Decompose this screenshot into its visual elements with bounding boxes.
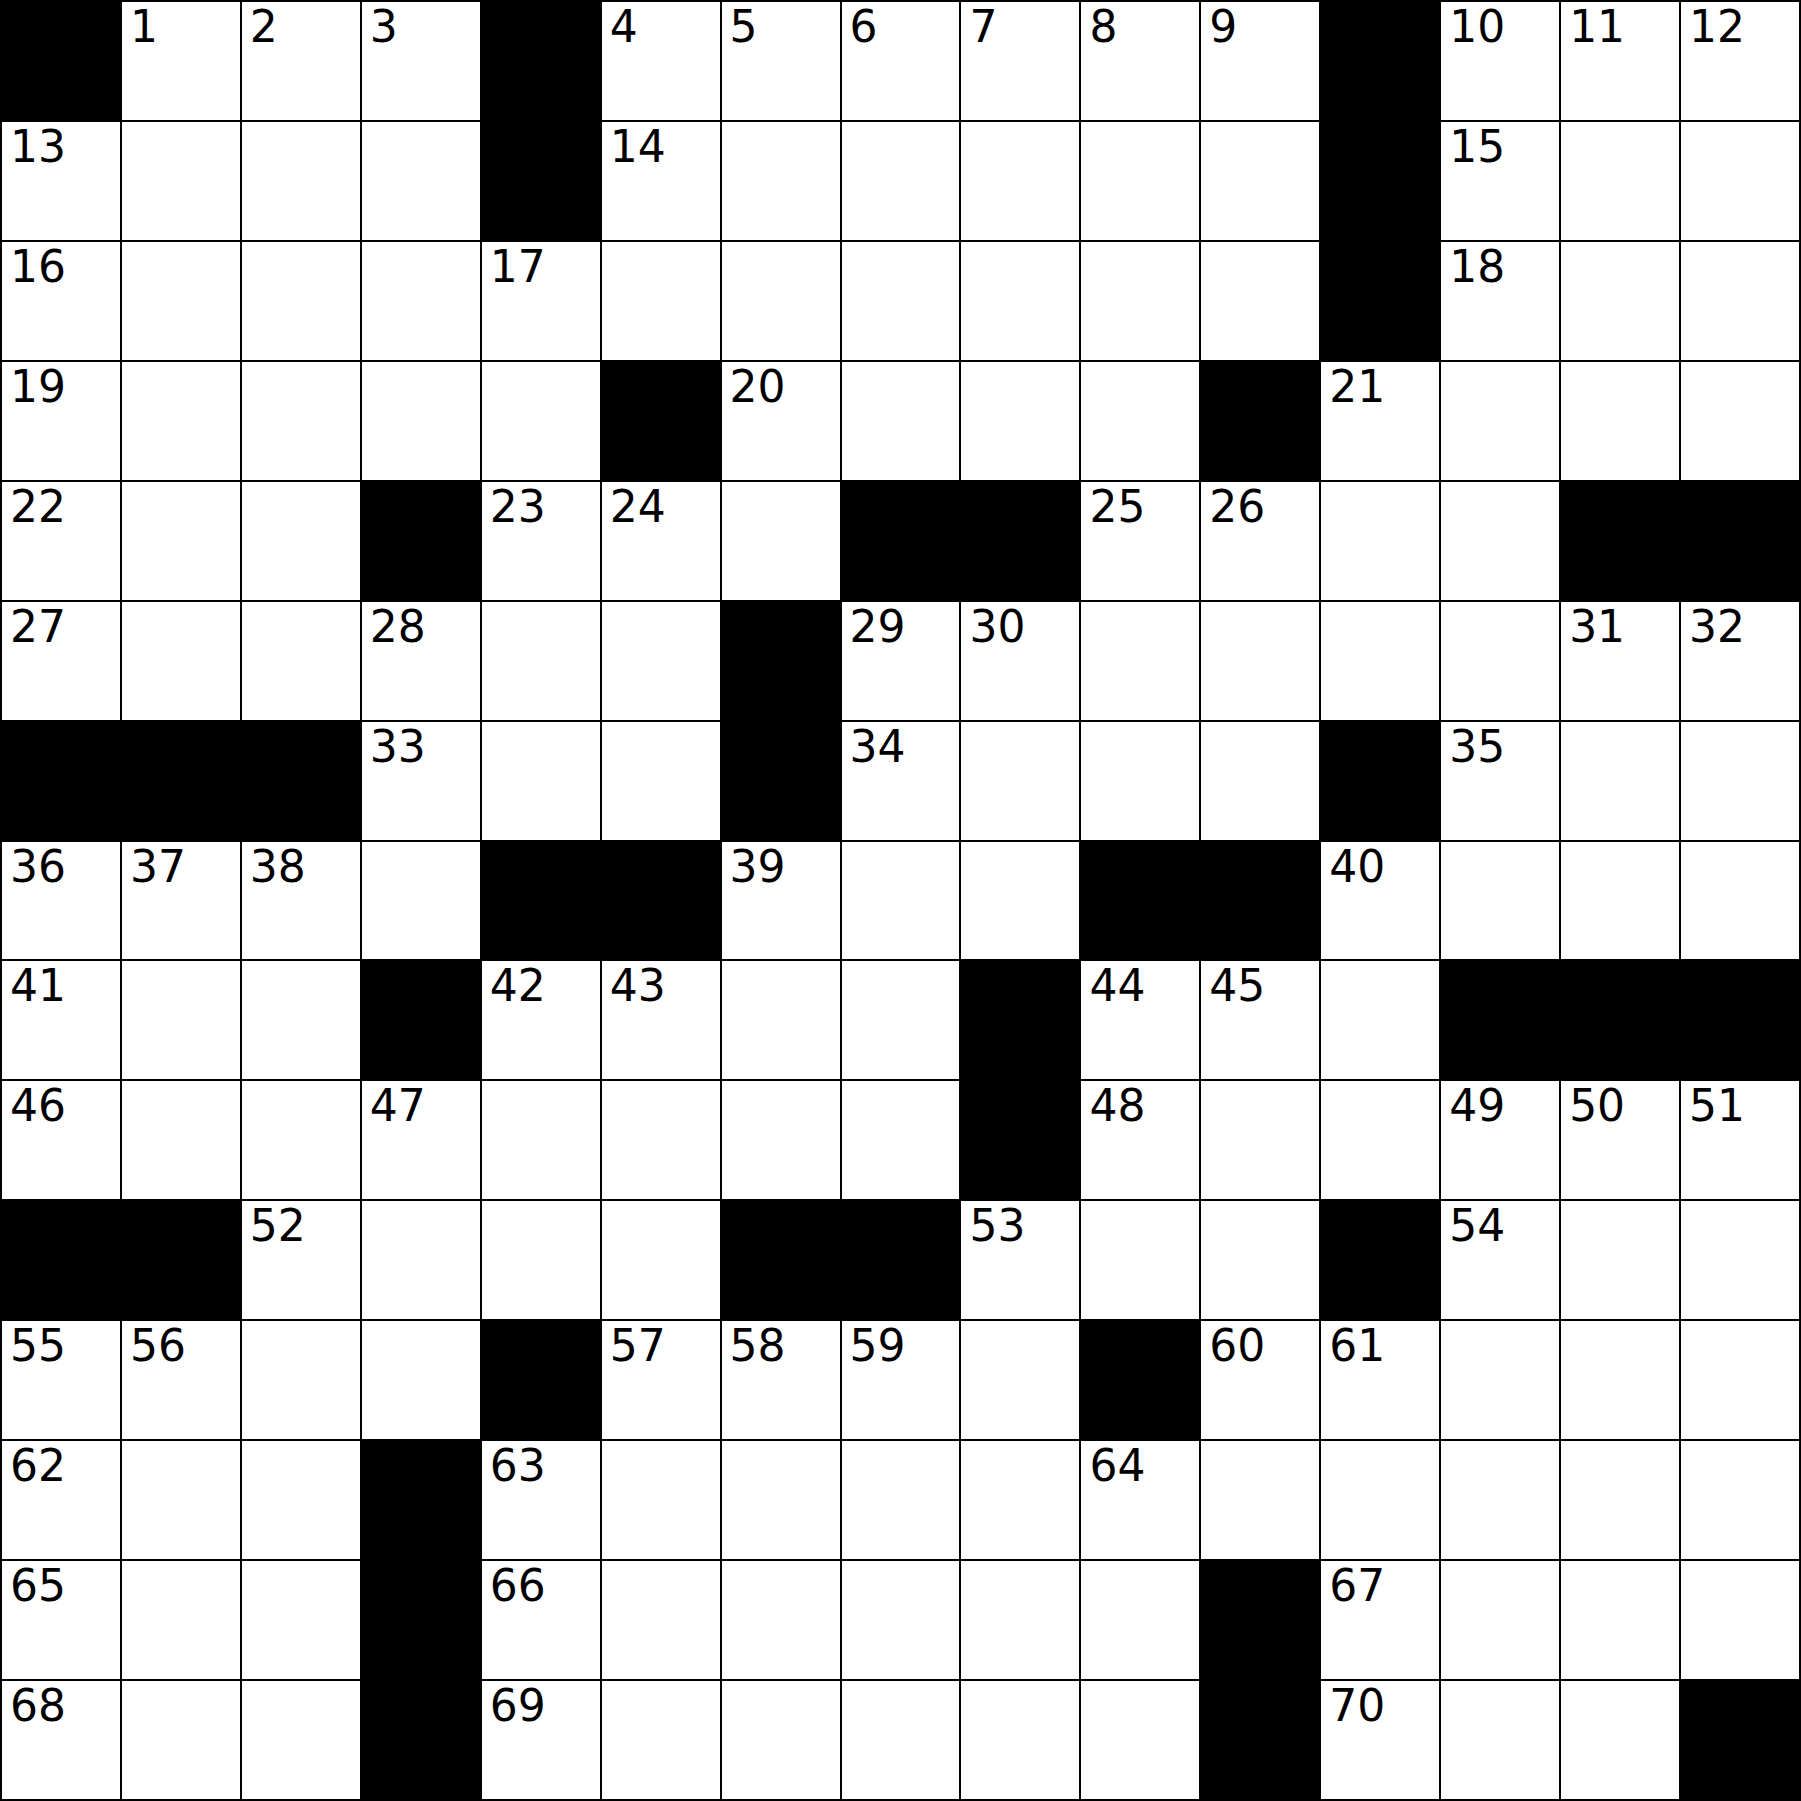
cell-r1c9[interactable]: 7 [961,2,1079,120]
cell-r10c2[interactable] [122,1081,240,1199]
cell-r7c6[interactable] [602,722,720,840]
block-r3c12 [1321,242,1439,360]
cell-r4c7[interactable]: 20 [722,362,840,480]
cell-r5c12[interactable] [1321,482,1439,600]
cell-r4c2[interactable] [122,362,240,480]
clue-number: 60 [1209,1324,1265,1368]
cell-r7c10[interactable] [1081,722,1199,840]
block-r11c2 [122,1201,240,1319]
cell-r13c11[interactable] [1201,1441,1319,1559]
cell-r15c14[interactable] [1561,1681,1679,1799]
block-r9c4 [362,961,480,1079]
cell-r3c6[interactable] [602,242,720,360]
cell-r13c2[interactable] [122,1441,240,1559]
cell-r4c4[interactable] [362,362,480,480]
block-r15c15 [1681,1681,1799,1799]
cell-r11c10[interactable] [1081,1201,1199,1319]
cell-r6c12[interactable] [1321,602,1439,720]
cell-r2c10[interactable] [1081,122,1199,240]
cell-r2c8[interactable] [842,122,960,240]
cell-r15c2[interactable] [122,1681,240,1799]
cell-r5c11[interactable]: 26 [1201,482,1319,600]
cell-r15c6[interactable] [602,1681,720,1799]
cell-r4c8[interactable] [842,362,960,480]
block-r7c2 [122,722,240,840]
cell-r14c14[interactable] [1561,1561,1679,1679]
clue-number: 26 [1209,485,1265,529]
cell-r7c5[interactable] [482,722,600,840]
cell-r12c6[interactable]: 57 [602,1321,720,1439]
cell-r10c5[interactable] [482,1081,600,1199]
cell-r14c12[interactable]: 67 [1321,1561,1439,1679]
cell-r15c5[interactable]: 69 [482,1681,600,1799]
cell-r5c7[interactable] [722,482,840,600]
cell-r3c5[interactable]: 17 [482,242,600,360]
block-r12c10 [1081,1321,1199,1439]
cell-r6c4[interactable]: 28 [362,602,480,720]
cell-r14c13[interactable] [1441,1561,1559,1679]
cell-r4c12[interactable]: 21 [1321,362,1439,480]
block-r8c10 [1081,842,1199,960]
block-r1c5 [482,2,600,120]
cell-r10c12[interactable] [1321,1081,1439,1199]
cell-r8c4[interactable] [362,842,480,960]
cell-r10c7[interactable] [722,1081,840,1199]
cell-r6c2[interactable] [122,602,240,720]
cell-r7c14[interactable] [1561,722,1679,840]
block-r7c3 [242,722,360,840]
cell-r3c10[interactable] [1081,242,1199,360]
cell-r14c2[interactable] [122,1561,240,1679]
cell-r13c14[interactable] [1561,1441,1679,1559]
cell-r1c7[interactable]: 5 [722,2,840,120]
clue-number: 27 [10,605,66,649]
cell-r1c10[interactable]: 8 [1081,2,1199,120]
cell-r3c4[interactable] [362,242,480,360]
clue-number: 29 [850,605,906,649]
clue-number: 70 [1329,1684,1385,1728]
cell-r10c3[interactable] [242,1081,360,1199]
clue-number: 62 [10,1444,66,1488]
block-r5c8 [842,482,960,600]
clue-number: 35 [1449,725,1505,769]
cell-r4c14[interactable] [1561,362,1679,480]
cell-r9c3[interactable] [242,961,360,1079]
clue-number: 14 [610,125,666,169]
cell-r13c15[interactable] [1681,1441,1799,1559]
clue-number: 21 [1329,365,1385,409]
cell-r15c7[interactable] [722,1681,840,1799]
cell-r3c13[interactable]: 18 [1441,242,1559,360]
cell-r9c10[interactable]: 44 [1081,961,1199,1079]
clue-number: 44 [1089,964,1145,1008]
cell-r3c7[interactable] [722,242,840,360]
clue-number: 15 [1449,125,1505,169]
cell-r12c11[interactable]: 60 [1201,1321,1319,1439]
cell-r4c15[interactable] [1681,362,1799,480]
clue-number: 55 [10,1324,66,1368]
cell-r1c3[interactable]: 2 [242,2,360,120]
clue-number: 41 [10,964,66,1008]
cell-r1c4[interactable]: 3 [362,2,480,120]
block-r8c6 [602,842,720,960]
cell-r1c11[interactable]: 9 [1201,2,1319,120]
block-r11c7 [722,1201,840,1319]
block-r1c1 [2,2,120,120]
cell-r15c13[interactable] [1441,1681,1559,1799]
cell-r6c5[interactable] [482,602,600,720]
cell-r14c5[interactable]: 66 [482,1561,600,1679]
cell-r14c6[interactable] [602,1561,720,1679]
clue-number: 31 [1569,605,1625,649]
cell-r15c1[interactable]: 68 [2,1681,120,1799]
clue-number: 28 [370,605,426,649]
block-r5c4 [362,482,480,600]
cell-r13c13[interactable] [1441,1441,1559,1559]
clue-number: 50 [1569,1084,1625,1128]
cell-r1c8[interactable]: 6 [842,2,960,120]
cell-r15c8[interactable] [842,1681,960,1799]
cell-r7c13[interactable]: 35 [1441,722,1559,840]
cell-r7c4[interactable]: 33 [362,722,480,840]
cell-r13c6[interactable] [602,1441,720,1559]
clue-number: 7 [969,5,997,49]
cell-r5c3[interactable] [242,482,360,600]
clue-number: 54 [1449,1204,1505,1248]
clue-number: 67 [1329,1564,1385,1608]
cell-r14c3[interactable] [242,1561,360,1679]
cell-r9c2[interactable] [122,961,240,1079]
cell-r12c9[interactable] [961,1321,1079,1439]
cell-r7c15[interactable] [1681,722,1799,840]
cell-r13c7[interactable] [722,1441,840,1559]
block-r8c11 [1201,842,1319,960]
cell-r2c9[interactable] [961,122,1079,240]
block-r12c5 [482,1321,600,1439]
cell-r2c7[interactable] [722,122,840,240]
cell-r9c5[interactable]: 42 [482,961,600,1079]
cell-r10c8[interactable] [842,1081,960,1199]
clue-number: 57 [610,1324,666,1368]
cell-r11c15[interactable] [1681,1201,1799,1319]
clue-number: 46 [10,1084,66,1128]
block-r9c9 [961,961,1079,1079]
cell-r4c10[interactable] [1081,362,1199,480]
block-r6c7 [722,602,840,720]
cell-r1c14[interactable]: 11 [1561,2,1679,120]
clue-number: 19 [10,365,66,409]
clue-number: 47 [370,1084,426,1128]
cell-r10c14[interactable]: 50 [1561,1081,1679,1199]
cell-r14c8[interactable] [842,1561,960,1679]
block-r9c15 [1681,961,1799,1079]
cell-r15c10[interactable] [1081,1681,1199,1799]
cell-r5c13[interactable] [1441,482,1559,600]
cell-r11c13[interactable]: 54 [1441,1201,1559,1319]
block-r4c11 [1201,362,1319,480]
cell-r7c8[interactable]: 34 [842,722,960,840]
cell-r13c8[interactable] [842,1441,960,1559]
block-r5c14 [1561,482,1679,600]
cell-r3c15[interactable] [1681,242,1799,360]
cell-r11c14[interactable] [1561,1201,1679,1319]
clue-number: 49 [1449,1084,1505,1128]
clue-number: 63 [490,1444,546,1488]
cell-r9c1[interactable]: 41 [2,961,120,1079]
block-r13c4 [362,1441,480,1559]
cell-r8c14[interactable] [1561,842,1679,960]
clue-number: 6 [850,5,878,49]
block-r5c9 [961,482,1079,600]
clue-number: 40 [1329,845,1385,889]
cell-r2c2[interactable] [122,122,240,240]
cell-r12c4[interactable] [362,1321,480,1439]
cell-r3c3[interactable] [242,242,360,360]
cell-r8c3[interactable]: 38 [242,842,360,960]
cell-r12c15[interactable] [1681,1321,1799,1439]
clue-number: 16 [10,245,66,289]
cell-r13c10[interactable]: 64 [1081,1441,1199,1559]
block-r8c5 [482,842,600,960]
clue-number: 42 [490,964,546,1008]
block-r10c9 [961,1081,1079,1199]
cell-r5c10[interactable]: 25 [1081,482,1199,600]
cell-r12c2[interactable]: 56 [122,1321,240,1439]
cell-r8c9[interactable] [961,842,1079,960]
clue-number: 53 [969,1204,1025,1248]
clue-number: 66 [490,1564,546,1608]
cell-r8c12[interactable]: 40 [1321,842,1439,960]
cell-r2c13[interactable]: 15 [1441,122,1559,240]
clue-number: 11 [1569,5,1625,49]
block-r15c11 [1201,1681,1319,1799]
cell-r14c10[interactable] [1081,1561,1199,1679]
block-r9c13 [1441,961,1559,1079]
cell-r14c7[interactable] [722,1561,840,1679]
clue-number: 34 [850,725,906,769]
cell-r9c7[interactable] [722,961,840,1079]
cell-r9c12[interactable] [1321,961,1439,1079]
block-r7c1 [2,722,120,840]
block-r2c5 [482,122,600,240]
clue-number: 12 [1689,5,1745,49]
clue-number: 59 [850,1324,906,1368]
cell-r6c10[interactable] [1081,602,1199,720]
clue-number: 52 [250,1204,306,1248]
clue-number: 32 [1689,605,1745,649]
clue-number: 65 [10,1564,66,1608]
cell-r11c9[interactable]: 53 [961,1201,1079,1319]
cell-r9c11[interactable]: 45 [1201,961,1319,1079]
cell-r15c3[interactable] [242,1681,360,1799]
cell-r8c2[interactable]: 37 [122,842,240,960]
clue-number: 18 [1449,245,1505,289]
cell-r15c12[interactable]: 70 [1321,1681,1439,1799]
clue-number: 13 [10,125,66,169]
cell-r3c1[interactable]: 16 [2,242,120,360]
crossword-grid: 1234567891011121314151617181920212223242… [0,0,1801,1801]
clue-number: 51 [1689,1084,1745,1128]
cell-r13c9[interactable] [961,1441,1079,1559]
block-r11c1 [2,1201,120,1319]
clue-number: 17 [490,245,546,289]
clue-number: 45 [1209,964,1265,1008]
cell-r6c3[interactable] [242,602,360,720]
cell-r2c14[interactable] [1561,122,1679,240]
cell-r13c3[interactable] [242,1441,360,1559]
cell-r12c3[interactable] [242,1321,360,1439]
block-r2c12 [1321,122,1439,240]
cell-r8c13[interactable] [1441,842,1559,960]
clue-number: 48 [1089,1084,1145,1128]
clue-number: 64 [1089,1444,1145,1488]
cell-r8c1[interactable]: 36 [2,842,120,960]
cell-r8c15[interactable] [1681,842,1799,960]
cell-r13c1[interactable]: 62 [2,1441,120,1559]
clue-number: 69 [490,1684,546,1728]
cell-r9c6[interactable]: 43 [602,961,720,1079]
cell-r2c6[interactable]: 14 [602,122,720,240]
clue-number: 24 [610,485,666,529]
cell-r7c11[interactable] [1201,722,1319,840]
block-r1c12 [1321,2,1439,120]
block-r7c7 [722,722,840,840]
clue-number: 10 [1449,5,1505,49]
clue-number: 23 [490,485,546,529]
cell-r11c5[interactable] [482,1201,600,1319]
cell-r6c9[interactable]: 30 [961,602,1079,720]
cell-r12c7[interactable]: 58 [722,1321,840,1439]
clue-number: 25 [1089,485,1145,529]
cell-r13c5[interactable]: 63 [482,1441,600,1559]
cell-r3c9[interactable] [961,242,1079,360]
block-r5c15 [1681,482,1799,600]
clue-number: 33 [370,725,426,769]
cell-r10c10[interactable]: 48 [1081,1081,1199,1199]
block-r14c11 [1201,1561,1319,1679]
clue-number: 61 [1329,1324,1385,1368]
cell-r6c14[interactable]: 31 [1561,602,1679,720]
cell-r11c3[interactable]: 52 [242,1201,360,1319]
cell-r10c1[interactable]: 46 [2,1081,120,1199]
cell-r11c11[interactable] [1201,1201,1319,1319]
cell-r4c5[interactable] [482,362,600,480]
clue-number: 58 [730,1324,786,1368]
cell-r10c6[interactable] [602,1081,720,1199]
clue-number: 1 [130,5,158,49]
cell-r5c1[interactable]: 22 [2,482,120,600]
cell-r1c13[interactable]: 10 [1441,2,1559,120]
block-r9c14 [1561,961,1679,1079]
clue-number: 22 [10,485,66,529]
cell-r4c1[interactable]: 19 [2,362,120,480]
clue-number: 68 [10,1684,66,1728]
cell-r3c8[interactable] [842,242,960,360]
cell-r11c6[interactable] [602,1201,720,1319]
clue-number: 5 [730,5,758,49]
cell-r1c6[interactable]: 4 [602,2,720,120]
cell-r2c1[interactable]: 13 [2,122,120,240]
cell-r3c14[interactable] [1561,242,1679,360]
cell-r6c11[interactable] [1201,602,1319,720]
cell-r3c2[interactable] [122,242,240,360]
cell-r8c7[interactable]: 39 [722,842,840,960]
block-r7c12 [1321,722,1439,840]
cell-r14c15[interactable] [1681,1561,1799,1679]
cell-r14c1[interactable]: 65 [2,1561,120,1679]
cell-r11c4[interactable] [362,1201,480,1319]
cell-r3c11[interactable] [1201,242,1319,360]
clue-number: 3 [370,5,398,49]
cell-r1c2[interactable]: 1 [122,2,240,120]
cell-r8c8[interactable] [842,842,960,960]
clue-number: 39 [730,845,786,889]
block-r15c4 [362,1681,480,1799]
cell-r12c1[interactable]: 55 [2,1321,120,1439]
clue-number: 20 [730,365,786,409]
cell-r10c15[interactable]: 51 [1681,1081,1799,1199]
cell-r10c13[interactable]: 49 [1441,1081,1559,1199]
cell-r2c4[interactable] [362,122,480,240]
cell-r12c13[interactable] [1441,1321,1559,1439]
cell-r5c6[interactable]: 24 [602,482,720,600]
cell-r14c9[interactable] [961,1561,1079,1679]
block-r11c12 [1321,1201,1439,1319]
cell-r12c14[interactable] [1561,1321,1679,1439]
cell-r7c9[interactable] [961,722,1079,840]
cell-r2c11[interactable] [1201,122,1319,240]
clue-number: 43 [610,964,666,1008]
cell-r5c2[interactable] [122,482,240,600]
block-r14c4 [362,1561,480,1679]
block-r11c8 [842,1201,960,1319]
cell-r6c8[interactable]: 29 [842,602,960,720]
clue-number: 2 [250,5,278,49]
block-r4c6 [602,362,720,480]
cell-r6c1[interactable]: 27 [2,602,120,720]
cell-r1c15[interactable]: 12 [1681,2,1799,120]
cell-r6c6[interactable] [602,602,720,720]
clue-number: 4 [610,5,638,49]
cell-r10c11[interactable] [1201,1081,1319,1199]
cell-r6c13[interactable] [1441,602,1559,720]
clue-number: 9 [1209,5,1237,49]
cell-r12c8[interactable]: 59 [842,1321,960,1439]
cell-r15c9[interactable] [961,1681,1079,1799]
clue-number: 38 [250,845,306,889]
cell-r2c15[interactable] [1681,122,1799,240]
cell-r5c5[interactable]: 23 [482,482,600,600]
cell-r9c8[interactable] [842,961,960,1079]
clue-number: 56 [130,1324,186,1368]
cell-r6c15[interactable]: 32 [1681,602,1799,720]
cell-r4c3[interactable] [242,362,360,480]
cell-r2c3[interactable] [242,122,360,240]
cell-r4c9[interactable] [961,362,1079,480]
cell-r10c4[interactable]: 47 [362,1081,480,1199]
clue-number: 8 [1089,5,1117,49]
clue-number: 36 [10,845,66,889]
cell-r12c12[interactable]: 61 [1321,1321,1439,1439]
clue-number: 37 [130,845,186,889]
cell-r13c12[interactable] [1321,1441,1439,1559]
clue-number: 30 [969,605,1025,649]
cell-r4c13[interactable] [1441,362,1559,480]
